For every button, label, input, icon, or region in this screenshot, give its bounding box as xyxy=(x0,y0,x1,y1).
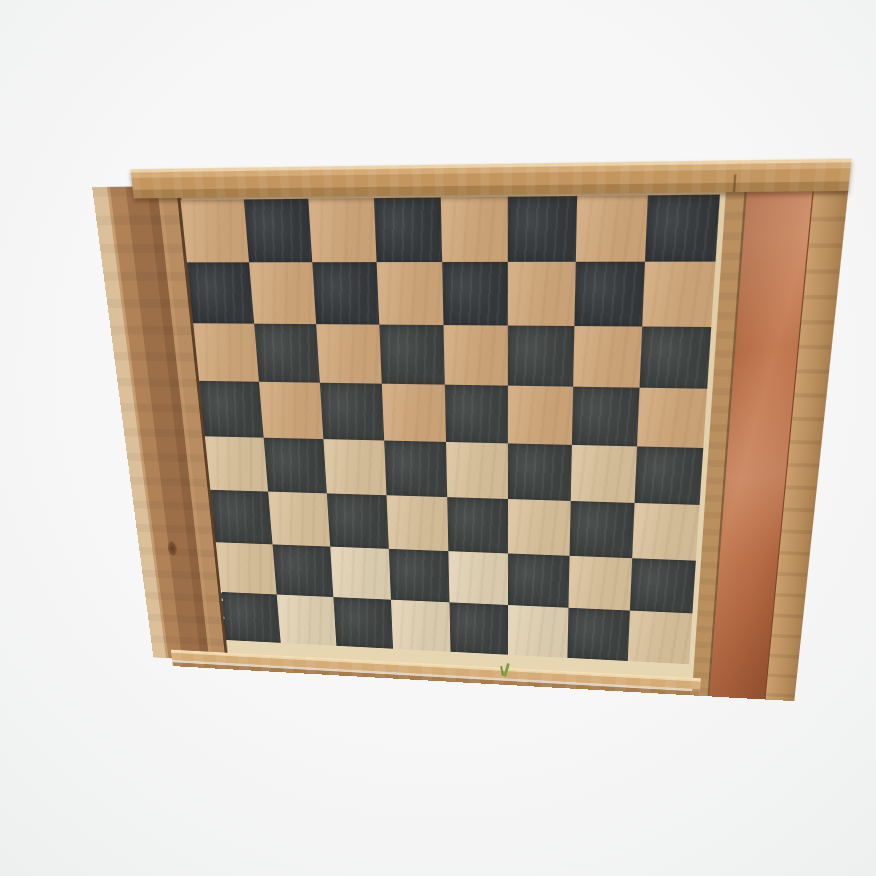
square-r5c8[interactable] xyxy=(635,446,704,505)
square-r3c4[interactable] xyxy=(379,324,444,384)
square-r3c1[interactable] xyxy=(193,323,259,382)
square-r6c1[interactable] xyxy=(210,490,272,544)
square-r2c2[interactable] xyxy=(249,262,316,323)
photo-background xyxy=(0,0,876,876)
square-r6c7[interactable] xyxy=(570,501,635,558)
square-r4c7[interactable] xyxy=(572,386,640,446)
square-r1c6[interactable] xyxy=(508,196,577,262)
square-r6c4[interactable] xyxy=(386,495,448,550)
square-r4c5[interactable] xyxy=(444,384,508,443)
square-r3c3[interactable] xyxy=(316,324,382,384)
square-r2c6[interactable] xyxy=(508,262,576,325)
board-grid xyxy=(181,195,720,665)
square-r7c2[interactable] xyxy=(272,544,333,597)
square-r7c6[interactable] xyxy=(508,553,569,608)
square-r6c2[interactable] xyxy=(268,492,330,546)
square-r3c6[interactable] xyxy=(508,325,574,386)
square-r3c5[interactable] xyxy=(443,325,508,386)
square-r4c1[interactable] xyxy=(199,381,263,438)
square-r2c5[interactable] xyxy=(442,262,509,325)
square-r5c2[interactable] xyxy=(264,438,327,494)
square-r1c2[interactable] xyxy=(244,199,312,263)
square-r4c3[interactable] xyxy=(320,382,384,440)
square-r4c2[interactable] xyxy=(259,382,323,440)
square-r5c1[interactable] xyxy=(205,436,268,491)
square-r7c4[interactable] xyxy=(388,548,449,602)
square-r5c3[interactable] xyxy=(323,439,386,495)
square-r3c7[interactable] xyxy=(573,326,642,388)
square-r8c1[interactable] xyxy=(221,592,281,643)
square-r3c8[interactable] xyxy=(640,326,712,388)
square-r1c3[interactable] xyxy=(308,198,376,262)
square-r1c7[interactable] xyxy=(576,195,648,262)
square-r8c3[interactable] xyxy=(333,597,393,649)
square-r2c4[interactable] xyxy=(376,262,443,324)
square-r2c3[interactable] xyxy=(312,262,379,324)
square-r7c3[interactable] xyxy=(330,546,391,599)
checkers-board xyxy=(180,192,726,678)
square-r1c5[interactable] xyxy=(440,197,508,263)
square-r1c4[interactable] xyxy=(373,197,441,262)
square-r5c5[interactable] xyxy=(446,442,509,499)
square-r6c3[interactable] xyxy=(327,494,389,549)
square-r8c4[interactable] xyxy=(391,599,450,651)
square-r8c7[interactable] xyxy=(568,608,630,661)
square-r5c6[interactable] xyxy=(508,443,572,501)
square-r8c2[interactable] xyxy=(277,594,337,645)
square-r7c7[interactable] xyxy=(569,555,633,610)
square-r6c6[interactable] xyxy=(508,499,571,555)
square-r8c6[interactable] xyxy=(508,605,568,658)
square-r5c7[interactable] xyxy=(571,445,637,503)
square-r3c2[interactable] xyxy=(254,323,320,382)
square-r7c1[interactable] xyxy=(216,542,277,594)
square-r4c4[interactable] xyxy=(381,383,445,442)
square-r4c8[interactable] xyxy=(637,387,707,448)
square-r6c8[interactable] xyxy=(632,503,699,560)
square-r5c4[interactable] xyxy=(384,441,447,498)
square-r2c8[interactable] xyxy=(642,262,715,327)
square-r2c7[interactable] xyxy=(575,262,645,326)
square-r8c8[interactable] xyxy=(628,610,693,664)
wood-knot xyxy=(167,541,178,556)
square-r2c1[interactable] xyxy=(187,263,254,324)
square-r8c5[interactable] xyxy=(449,602,508,655)
square-r4c6[interactable] xyxy=(508,385,573,445)
square-r7c5[interactable] xyxy=(448,551,508,605)
square-r1c8[interactable] xyxy=(645,195,720,262)
game-board-tray xyxy=(90,159,852,702)
square-r6c5[interactable] xyxy=(447,497,509,553)
square-r7c8[interactable] xyxy=(630,558,696,613)
square-r1c1[interactable] xyxy=(181,199,249,262)
